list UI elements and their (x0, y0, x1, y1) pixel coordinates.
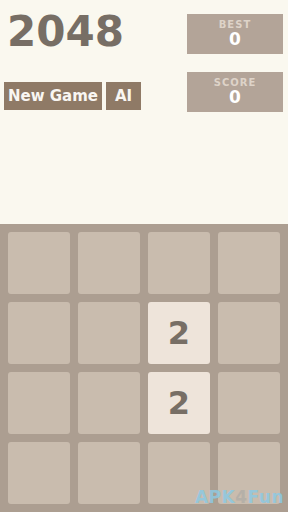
board-cell (218, 372, 280, 434)
board-cell (78, 232, 140, 294)
ai-button[interactable]: AI (106, 82, 141, 110)
best-score-box: BEST 0 (187, 14, 283, 54)
board[interactable]: 22 (0, 224, 288, 512)
app: 2048 New Game AI BEST 0 SCORE 0 22 APK4F… (0, 0, 288, 512)
board-cell (148, 232, 210, 294)
tile-2: 2 (148, 302, 210, 364)
board-cell (218, 302, 280, 364)
board-cell (78, 442, 140, 504)
best-value: 0 (229, 30, 241, 49)
watermark-part2: 4 (235, 487, 247, 507)
score-value: 0 (229, 88, 241, 107)
watermark-part3: Fun (248, 487, 284, 507)
watermark-part1: APK (195, 487, 235, 507)
current-score-box: SCORE 0 (187, 72, 283, 112)
page-title: 2048 (7, 10, 124, 54)
board-cell (218, 232, 280, 294)
board-cell (8, 372, 70, 434)
tile-2: 2 (148, 372, 210, 434)
watermark: APK4Fun (195, 487, 284, 507)
board-cell (8, 232, 70, 294)
board-cell (78, 302, 140, 364)
new-game-button[interactable]: New Game (4, 82, 102, 110)
board-cell (8, 442, 70, 504)
board-cell (78, 372, 140, 434)
board-cell (8, 302, 70, 364)
